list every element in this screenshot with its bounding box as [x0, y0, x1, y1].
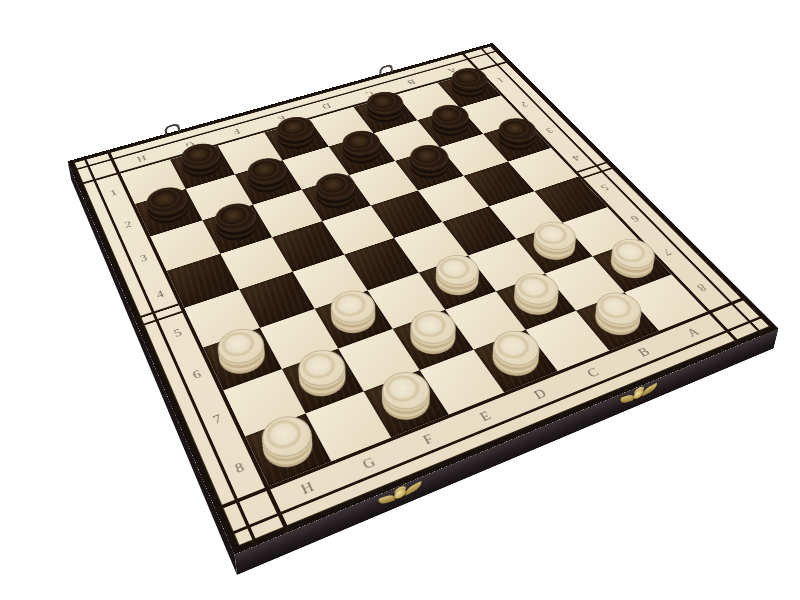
piece-light-D8	[484, 338, 546, 384]
piece-light-H8	[256, 422, 320, 476]
piece-light-F8	[374, 378, 437, 428]
piece-dark-A3	[492, 126, 542, 156]
checkers-board-box: HHGGFFEEDDCCBBAA1122334455667788	[68, 43, 779, 554]
piece-dark-C1	[362, 100, 409, 128]
piece-dark-G1	[178, 151, 226, 183]
piece-light-C7	[506, 280, 565, 322]
piece-dark-H2	[144, 195, 194, 230]
piece-light-D6	[429, 262, 486, 302]
clasp-wing	[379, 493, 396, 505]
projection-fit: HHGGFFEEDDCCBBAA1122334455667788	[42, 0, 746, 502]
clasp-wing	[620, 393, 635, 404]
piece-dark-C3	[404, 153, 455, 185]
piece-light-B8	[587, 299, 649, 342]
piece-light-A7	[603, 246, 662, 285]
piece-dark-E3	[311, 181, 362, 215]
clasp-wing	[405, 481, 422, 496]
piece-dark-B2	[426, 113, 475, 142]
piece-dark-E1	[273, 125, 321, 155]
piece-light-H6	[213, 336, 271, 382]
hinge-hook	[379, 64, 392, 76]
piece-dark-F2	[243, 166, 293, 199]
rank-label-right-4: 4	[554, 141, 599, 175]
piece-light-B6	[526, 229, 583, 267]
clasp-wing	[642, 382, 657, 396]
piece-dark-G3	[211, 211, 263, 247]
piece-light-F6	[325, 298, 383, 341]
piece-light-G7	[292, 357, 353, 405]
piece-dark-D2	[337, 138, 386, 169]
brass-clasp	[618, 380, 658, 408]
hinge-hook	[164, 123, 180, 136]
piece-dark-A1	[446, 76, 493, 103]
pieces-layer	[121, 71, 707, 486]
brass-clasp	[377, 478, 422, 509]
product-photo-scene: HHGGFFEEDDCCBBAA1122334455667788	[0, 0, 800, 600]
piece-light-E7	[403, 317, 463, 362]
